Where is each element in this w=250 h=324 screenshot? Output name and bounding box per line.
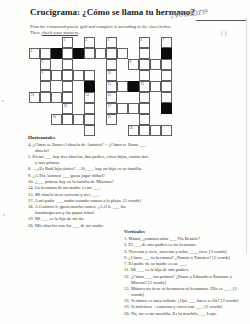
grid-cell[interactable]	[84, 70, 95, 81]
grid-cell[interactable]	[161, 70, 172, 81]
clue-number: 13	[31, 93, 35, 97]
grid-cell[interactable]	[161, 59, 172, 70]
down-heading: Verticales	[124, 229, 247, 235]
across-clue-4: 4. ¿Cómo se llama el abuelo de Antonio? …	[28, 142, 150, 154]
across-clue-8: 8. —¿Es Raúl hijo único? —Sí, ___ hay un…	[28, 166, 150, 172]
grid-cell[interactable]: 5	[40, 59, 51, 70]
grid-cell[interactable]: 13	[29, 92, 40, 103]
grid-cell[interactable]	[84, 114, 95, 125]
clue-number: 2	[86, 38, 88, 42]
grid-cell[interactable]: 18	[51, 114, 62, 125]
down-clue-12: 12. ¿Cómo ___ tus primos? ¿Iliana y Edua…	[124, 274, 247, 286]
grid-cell[interactable]: 7	[161, 37, 172, 48]
grid-cell[interactable]	[150, 81, 161, 92]
grid-cell[interactable]	[117, 48, 128, 59]
across-clues-column: Horizontales 4. ¿Cómo se llama el abuelo…	[28, 135, 150, 229]
grid-cell[interactable]: 12	[139, 81, 150, 92]
grid-cell[interactable]	[139, 92, 150, 103]
check-answers-link[interactable]: check your answers	[42, 30, 78, 35]
across-clue-10: 10. ¿___ primos hay en la familia de Mar…	[28, 179, 150, 185]
grid-cell[interactable]	[62, 92, 73, 103]
clue-number: 7	[163, 38, 165, 42]
grid-cell[interactable]	[73, 114, 84, 125]
grid-cell[interactable]	[150, 125, 161, 136]
down-clue-7: 7. El padre de su madre es su ___.	[124, 261, 247, 267]
page-edge-line	[246, 18, 247, 253]
grid-cell[interactable]: 10	[106, 70, 117, 81]
grid-cell[interactable]	[51, 70, 62, 81]
black-space-cell	[51, 48, 62, 59]
clue-number: 11	[108, 82, 111, 86]
clue-number: 8	[130, 60, 132, 64]
clue-number: 14	[86, 93, 90, 97]
grid-cell[interactable]: 4	[29, 48, 40, 59]
scan-speck	[3, 214, 5, 216]
grid-cell[interactable]	[40, 81, 51, 92]
across-clue-19: 19. Mi ___ es la hija de mi tía.	[28, 216, 150, 222]
down-clue-20: 20. No, no es mi mochila. Es la mochila …	[124, 311, 247, 317]
grid-cell[interactable]	[62, 48, 73, 59]
grid-cell[interactable]	[73, 70, 84, 81]
grid-cell[interactable]: 3	[106, 37, 117, 48]
clue-number: 18	[53, 115, 57, 119]
grid-cell[interactable]: 15	[106, 92, 117, 103]
grid-cell[interactable]: 1	[62, 37, 73, 48]
grid-cell[interactable]	[84, 48, 95, 59]
across-clue-15: 15. Mi abuela tiene noventa y tres ___.	[28, 192, 150, 198]
grid-cell[interactable]: 19	[106, 114, 117, 125]
black-space-cell	[128, 81, 139, 92]
grid-cell[interactable]: 11	[106, 81, 117, 92]
across-clue-list: 4. ¿Cómo se llama el abuelo de Antonio? …	[28, 142, 150, 229]
across-clue-18: 18. A Gustavo le gusta mucho comer. ¡A é…	[28, 204, 150, 216]
grid-cell[interactable]	[161, 92, 172, 103]
worksheet-page-bg: Crucigrama: ¿Cómo se llama tu hermano? N…	[0, 0, 250, 324]
down-clue-3: 3. Noventa y siete, noventa y ocho, ___,…	[124, 249, 247, 255]
down-clue-1: 1. Mamá, ¿cuántos años ___ Tía Beatriz?	[124, 236, 247, 242]
clue-number: 4	[31, 49, 33, 53]
black-space-cell	[84, 81, 95, 92]
worksheet-page: { "game": "crossword", "header": { "titl…	[0, 0, 250, 324]
grid-cell[interactable]: 16	[62, 103, 73, 114]
down-clues-column: Verticales 1. Mamá, ¿cuántos años ___ Tí…	[124, 229, 247, 317]
grid-cell[interactable]	[62, 81, 73, 92]
grid-cell[interactable]	[150, 59, 161, 70]
down-clue-13: 13. Mónica no tiene ni hermanos ni herma…	[124, 286, 247, 298]
grid-cell[interactable]	[117, 81, 128, 92]
grid-cell[interactable]: 17	[106, 103, 117, 114]
clue-number: 15	[108, 93, 112, 97]
pencil-paren-mark: ( )	[221, 30, 227, 36]
grid-cell[interactable]: 2	[84, 37, 95, 48]
clue-number: 20	[130, 126, 134, 130]
grid-cell[interactable]	[161, 125, 172, 136]
clue-number: 16	[64, 104, 68, 108]
grid-cell[interactable]	[106, 59, 117, 70]
clue-number: 17	[108, 104, 112, 108]
down-clue-16: 16. Verónica es muy callada. ¿Qué ___ ha…	[124, 298, 247, 304]
instructions-suffix: .	[78, 30, 79, 35]
grid-cell[interactable]: 14	[84, 92, 95, 103]
grid-cell[interactable]	[139, 48, 150, 59]
clue-number: 6	[141, 38, 143, 42]
grid-cell[interactable]	[139, 114, 150, 125]
down-clue-2: 2. El ___ de mis padres es mi hermano.	[124, 242, 247, 248]
black-space-cell	[73, 48, 84, 59]
grid-cell[interactable]	[62, 114, 73, 125]
grid-cell[interactable]	[106, 48, 117, 59]
grid-cell[interactable]	[95, 48, 106, 59]
clue-number: 5	[42, 60, 44, 64]
clue-number: 10	[108, 71, 112, 75]
down-clue-list: 1. Mamá, ¿cuántos años ___ Tía Beatriz?2…	[124, 236, 247, 317]
down-clue-19: 19. Veinticinco + cuarenta y cinco son _…	[124, 304, 247, 310]
grid-cell[interactable]	[51, 92, 62, 103]
grid-cell[interactable]	[84, 103, 95, 114]
grid-cell[interactable]	[117, 103, 128, 114]
grid-cell[interactable]	[40, 92, 51, 103]
across-clue-17: 17. A mi padre ___ nadar cuando vamos a …	[28, 198, 150, 204]
instructions-text: Print the crossword puzzle grid and comp…	[30, 24, 180, 35]
clue-number: 12	[141, 82, 145, 86]
down-clue-11: 11. Mi ___ es la hija de mis padres.	[124, 267, 247, 273]
black-space-cell	[161, 48, 172, 59]
black-space-cell	[161, 103, 172, 114]
across-heading: Horizontales	[28, 135, 150, 141]
down-clue-6: 6. ¿Cómo ___ tu hermano? ¿Tomás o Timote…	[124, 255, 247, 261]
grid-cell[interactable]	[139, 103, 150, 114]
grid-cell[interactable]: 8	[128, 59, 139, 70]
grid-cell[interactable]: 6	[139, 37, 150, 48]
across-clue-14: 14. La hermana de mi madre es mi ___.	[28, 185, 150, 191]
grid-cell[interactable]: 9	[40, 70, 51, 81]
across-clue-9: 9. ¿A Tío Antonio ___ gusta jugar fútbol…	[28, 173, 150, 179]
grid-cell[interactable]	[139, 70, 150, 81]
grid-cell[interactable]	[62, 70, 73, 81]
name-blank-line[interactable]	[196, 20, 246, 21]
grid-cell[interactable]	[40, 48, 51, 59]
grid-cell[interactable]	[128, 103, 139, 114]
clue-number: 9	[42, 71, 44, 75]
clue-number: 3	[108, 38, 110, 42]
scan-speck	[2, 100, 4, 102]
clue-number: 1	[64, 38, 66, 42]
grid-cell[interactable]	[62, 59, 73, 70]
grid-cell[interactable]	[161, 81, 172, 92]
clue-number: 19	[108, 115, 112, 119]
across-clue-20: 20. Mis abuelos son los ___ de mi madre.	[28, 223, 150, 229]
grid-cell[interactable]	[139, 59, 150, 70]
across-clue-5: 5. En mi ___ hay tres abuelos, dos padre…	[28, 154, 150, 166]
